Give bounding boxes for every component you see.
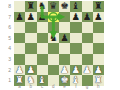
chess-board: ♜♞♛♚♝♜♟♟♟♟♟♟♞♟♟♟♟♟♟♟♜♞♝♚♝♜ xyxy=(14,1,104,86)
square-c4[interactable] xyxy=(37,43,48,54)
chess-app: 87654321 ♜♞♛♚♝♜♟♟♟♟♟♟♞♟♟♟♟♟♟♟♜♞♝♚♝♜ abcd… xyxy=(0,0,120,90)
square-f6[interactable] xyxy=(70,22,81,33)
square-d2[interactable] xyxy=(48,65,59,76)
square-h7[interactable]: ♟ xyxy=(93,12,104,23)
square-g5[interactable] xyxy=(82,33,93,44)
rank-label-5: 5 xyxy=(0,33,13,44)
piece-black-rook[interactable]: ♜ xyxy=(93,1,104,12)
square-b7[interactable]: ♟ xyxy=(25,12,36,23)
square-h6[interactable] xyxy=(93,22,104,33)
square-e7[interactable] xyxy=(59,12,70,23)
square-h8[interactable]: ♜ xyxy=(93,1,104,12)
piece-black-knight[interactable]: ♞ xyxy=(48,33,59,44)
square-e8[interactable]: ♚ xyxy=(59,1,70,12)
square-a8[interactable] xyxy=(14,1,25,12)
square-f5[interactable] xyxy=(70,33,81,44)
square-a4[interactable] xyxy=(14,43,25,54)
file-label-c: c xyxy=(37,85,48,90)
square-g6[interactable] xyxy=(82,22,93,33)
square-f7[interactable]: ♟ xyxy=(70,12,81,23)
square-h5[interactable] xyxy=(93,33,104,44)
square-h4[interactable] xyxy=(93,43,104,54)
square-c6[interactable] xyxy=(37,22,48,33)
square-e5[interactable]: ♟ xyxy=(59,33,70,44)
square-e4[interactable] xyxy=(59,43,70,54)
file-label-b: b xyxy=(25,85,36,90)
piece-black-king[interactable]: ♚ xyxy=(59,1,70,12)
square-g3[interactable] xyxy=(82,54,93,65)
rank-label-1: 1 xyxy=(0,75,13,86)
piece-black-pawn[interactable]: ♟ xyxy=(82,12,93,23)
square-d4[interactable] xyxy=(48,43,59,54)
rank-label-4: 4 xyxy=(0,43,13,54)
piece-black-pawn[interactable]: ♟ xyxy=(59,33,70,44)
piece-black-pawn[interactable]: ♟ xyxy=(14,12,25,23)
file-label-f: f xyxy=(70,85,81,90)
square-g2[interactable]: ♟ xyxy=(82,65,93,76)
piece-black-pawn[interactable]: ♟ xyxy=(93,12,104,23)
rank-label-3: 3 xyxy=(0,54,13,65)
piece-black-queen[interactable]: ♛ xyxy=(48,1,59,12)
square-e3[interactable] xyxy=(59,54,70,65)
piece-black-pawn[interactable]: ♟ xyxy=(37,12,48,23)
square-d8[interactable]: ♛ xyxy=(48,1,59,12)
square-b8[interactable]: ♜ xyxy=(25,1,36,12)
piece-black-bishop[interactable]: ♝ xyxy=(70,1,81,12)
square-c7[interactable]: ♟ xyxy=(37,12,48,23)
square-g8[interactable] xyxy=(82,1,93,12)
square-b6[interactable] xyxy=(25,22,36,33)
file-labels: abcdefgh xyxy=(14,85,104,90)
file-label-a: a xyxy=(14,85,25,90)
file-label-e: e xyxy=(59,85,70,90)
square-d7[interactable] xyxy=(48,12,59,23)
rank-label-8: 8 xyxy=(0,1,13,12)
square-a7[interactable]: ♟ xyxy=(14,12,25,23)
rank-labels: 87654321 xyxy=(0,1,13,86)
rank-label-6: 6 xyxy=(0,22,13,33)
square-f8[interactable]: ♝ xyxy=(70,1,81,12)
square-a5[interactable] xyxy=(14,33,25,44)
piece-black-knight[interactable]: ♞ xyxy=(37,1,48,12)
file-label-d: d xyxy=(48,85,59,90)
square-a3[interactable] xyxy=(14,54,25,65)
square-a6[interactable] xyxy=(14,22,25,33)
square-c3[interactable] xyxy=(37,54,48,65)
file-label-g: g xyxy=(82,85,93,90)
square-b4[interactable] xyxy=(25,43,36,54)
square-f4[interactable] xyxy=(70,43,81,54)
square-f3[interactable] xyxy=(70,54,81,65)
rank-label-7: 7 xyxy=(0,12,13,23)
piece-black-rook[interactable]: ♜ xyxy=(25,1,36,12)
square-b5[interactable] xyxy=(25,33,36,44)
rank-label-2: 2 xyxy=(0,65,13,76)
square-g7[interactable]: ♟ xyxy=(82,12,93,23)
square-d3[interactable] xyxy=(48,54,59,65)
file-label-h: h xyxy=(93,85,104,90)
square-d5[interactable]: ♞ xyxy=(48,33,59,44)
square-g4[interactable] xyxy=(82,43,93,54)
piece-white-pawn[interactable]: ♟ xyxy=(82,65,93,76)
square-h3[interactable] xyxy=(93,54,104,65)
square-c5[interactable] xyxy=(37,33,48,44)
square-c8[interactable]: ♞ xyxy=(37,1,48,12)
piece-black-pawn[interactable]: ♟ xyxy=(70,12,81,23)
square-b3[interactable] xyxy=(25,54,36,65)
piece-black-pawn[interactable]: ♟ xyxy=(25,12,36,23)
